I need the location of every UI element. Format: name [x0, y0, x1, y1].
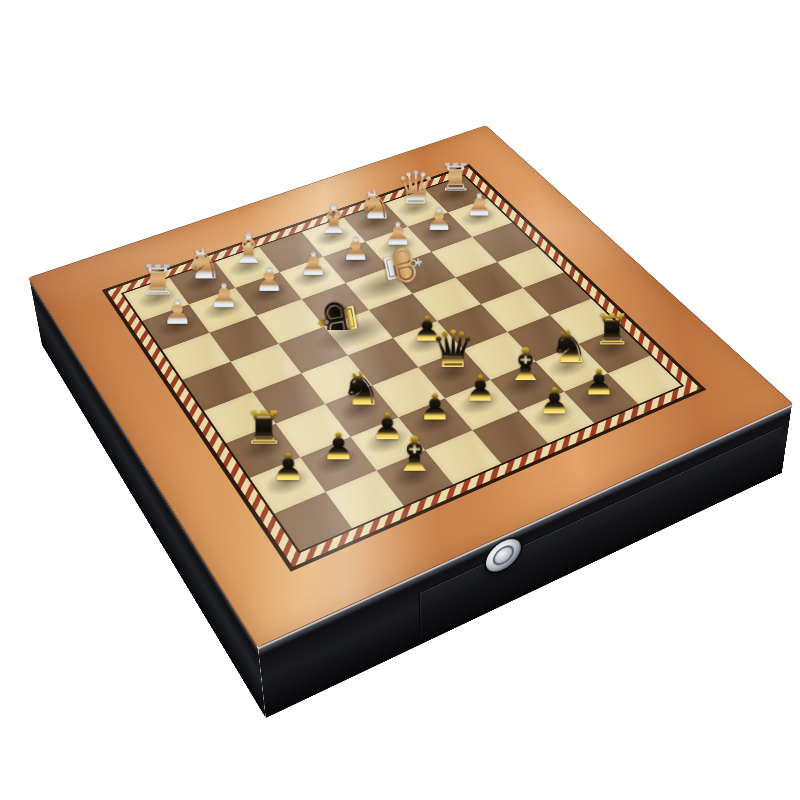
rook-glyph: ♜ — [593, 309, 631, 351]
pawn-glyph: ♟ — [583, 364, 615, 399]
chess-box: ♜♞♝♝♞♛♜♟♟♟♟♟♟♟♟♚♚♟♜♞♛♟♟♟♟♟♝♞♜♝♟♟ — [29, 126, 792, 647]
pawn-glyph: ♟ — [465, 370, 497, 406]
product-photo: ♜♞♝♝♞♛♜♟♟♟♟♟♟♟♟♚♚♟♜♞♛♟♟♟♟♟♝♞♜♝♟♟ — [0, 0, 800, 800]
pawn-glyph: ♟ — [272, 448, 306, 486]
bishop-glyph: ♝ — [392, 430, 435, 478]
pawn-glyph: ♟ — [322, 427, 355, 464]
pawn-glyph: ♟ — [538, 382, 570, 418]
pawn-glyph: ♟ — [418, 389, 450, 425]
scene: ♜♞♝♝♞♛♜♟♟♟♟♟♟♟♟♚♚♟♜♞♛♟♟♟♟♟♝♞♜♝♟♟ — [0, 0, 800, 800]
